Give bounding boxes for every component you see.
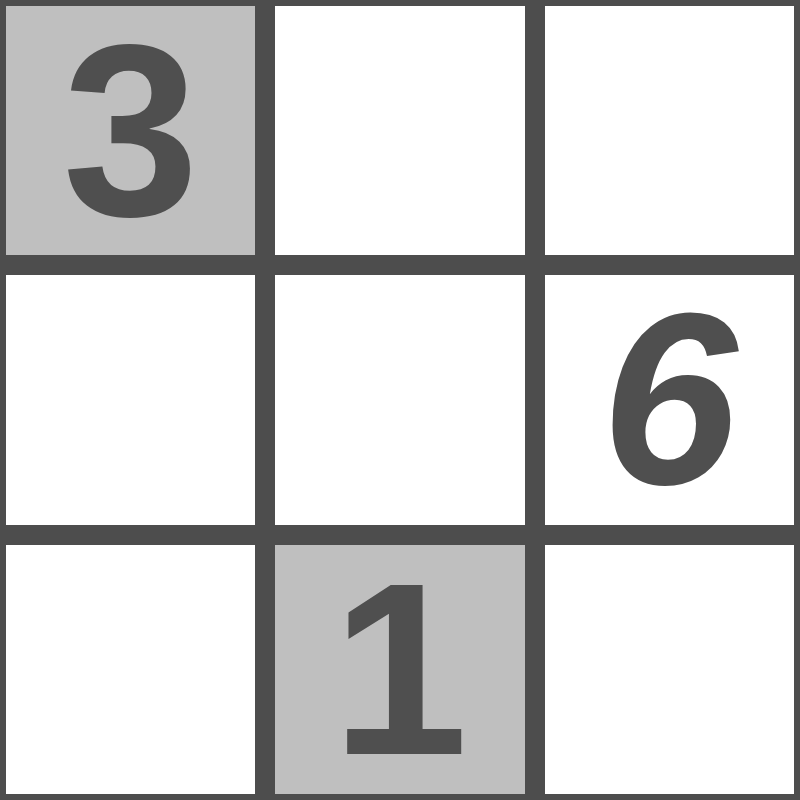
cell-r1c0[interactable] <box>6 275 255 524</box>
cell-r2c1[interactable]: 1 <box>275 545 524 794</box>
sudoku-board: 3 6 1 <box>0 0 800 800</box>
cell-r0c1[interactable] <box>275 6 524 255</box>
cell-r0c2[interactable] <box>545 6 794 255</box>
cell-r2c0[interactable] <box>6 545 255 794</box>
cell-r1c2[interactable]: 6 <box>545 275 794 524</box>
cell-r0c0[interactable]: 3 <box>6 6 255 255</box>
cell-r1c1[interactable] <box>275 275 524 524</box>
cell-r2c2[interactable] <box>545 545 794 794</box>
